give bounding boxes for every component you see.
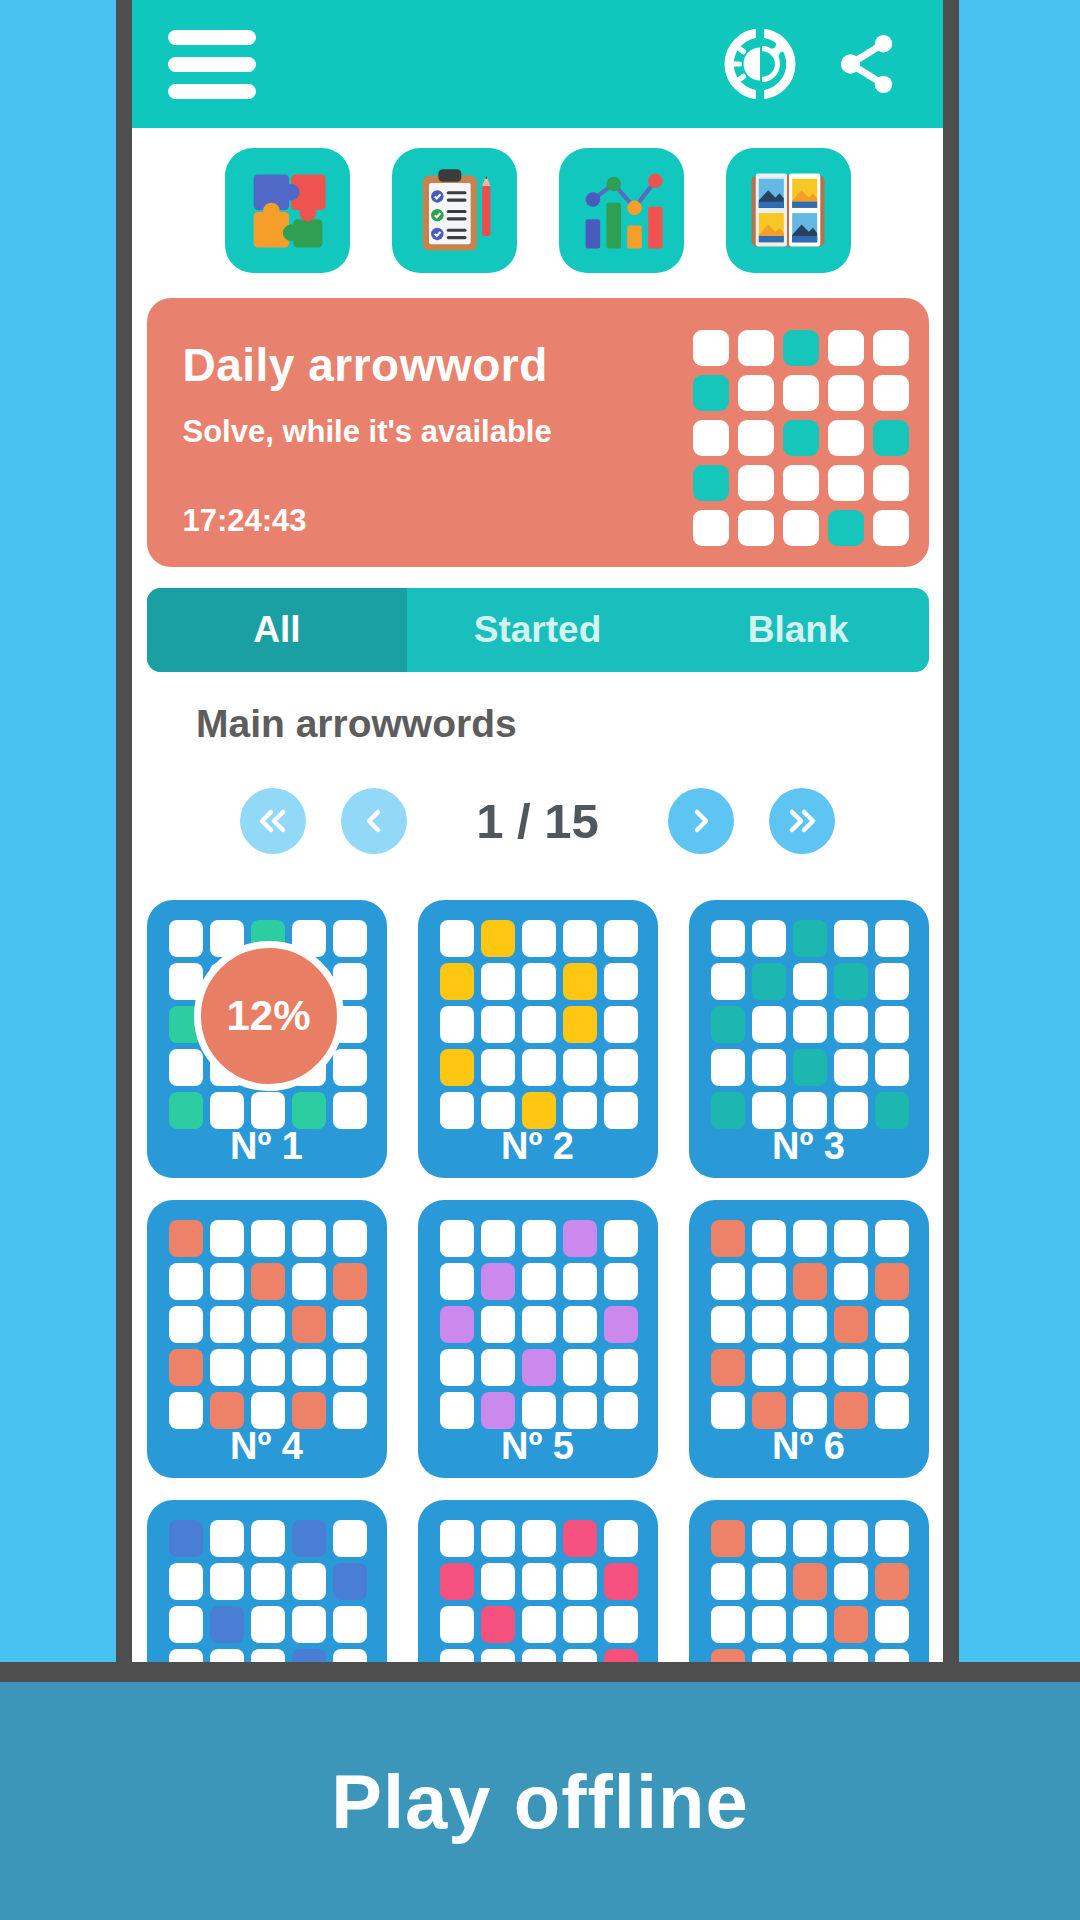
grid-cell [169, 1392, 203, 1429]
grid-cell [693, 330, 729, 366]
grid-cell [251, 1520, 285, 1557]
grid-cell [875, 1649, 909, 1662]
grid-cell [783, 330, 819, 366]
grid-cell [169, 1520, 203, 1557]
puzzle-card-5[interactable]: Nº 5 [418, 1200, 658, 1478]
grid-cell [333, 1049, 367, 1086]
grid-cell [711, 1606, 745, 1643]
grid-cell [481, 1006, 515, 1043]
grid-cell [169, 1349, 203, 1386]
grid-cell [604, 1563, 638, 1600]
first-page-button[interactable] [240, 788, 306, 854]
grid-cell [793, 1220, 827, 1257]
grid-cell [834, 920, 868, 957]
grid-cell [481, 1049, 515, 1086]
grid-cell [481, 1263, 515, 1300]
puzzle-card-7[interactable] [147, 1500, 387, 1662]
grid-cell [292, 1563, 326, 1600]
grid-cell [604, 1092, 638, 1129]
play-offline-bar[interactable]: Play offline [0, 1682, 1080, 1920]
grid-cell [169, 920, 203, 957]
puzzle-card-6[interactable]: Nº 6 [689, 1200, 929, 1478]
grid-cell [169, 1306, 203, 1343]
card-label: Nº 6 [689, 1425, 929, 1468]
grid-cell [251, 1563, 285, 1600]
grid-cell [210, 1349, 244, 1386]
grid-cell [834, 1306, 868, 1343]
grid-cell [834, 1392, 868, 1429]
play-offline-label: Play offline [331, 1758, 748, 1845]
card-label: Nº 3 [689, 1125, 929, 1168]
puzzle-card-9[interactable] [689, 1500, 929, 1662]
grid-cell [169, 1263, 203, 1300]
grid-cell [783, 510, 819, 546]
grid-cell [711, 1306, 745, 1343]
grid-cell [752, 1263, 786, 1300]
grid-cell [604, 1220, 638, 1257]
grid-cell [875, 1349, 909, 1386]
grid-cell [604, 1606, 638, 1643]
grid-cell [752, 1563, 786, 1600]
grid-cell [522, 1049, 556, 1086]
grid-cell [333, 1392, 367, 1429]
grid-cell [522, 1092, 556, 1129]
grid-cell [333, 1263, 367, 1300]
grid-cell [292, 1349, 326, 1386]
grid-cell [752, 1306, 786, 1343]
puzzle-card-3[interactable]: Nº 3 [689, 900, 929, 1178]
progress-badge: 12% [194, 941, 344, 1091]
grid-cell [522, 1563, 556, 1600]
grid-cell [793, 1263, 827, 1300]
grid-cell [875, 1563, 909, 1600]
grid-cell [440, 963, 474, 1000]
grid-cell [481, 1349, 515, 1386]
grid-cell [522, 1349, 556, 1386]
grid-cell [738, 510, 774, 546]
grid-cell [793, 1306, 827, 1343]
grid-cell [752, 1520, 786, 1557]
grid-cell [783, 420, 819, 456]
checklist-clipboard-icon[interactable] [392, 148, 517, 273]
grid-cell [563, 1092, 597, 1129]
pagination: 1 / 15 [132, 788, 943, 854]
grid-cell [793, 1606, 827, 1643]
next-page-button[interactable] [668, 788, 734, 854]
grid-cell [563, 920, 597, 957]
grid-cell [793, 1392, 827, 1429]
app-tiles-row [132, 148, 943, 273]
grid-cell [251, 1392, 285, 1429]
grid-cell [522, 920, 556, 957]
grid-cell [793, 1649, 827, 1662]
grid-cell [440, 1649, 474, 1662]
app-header [132, 0, 943, 128]
grid-cell [875, 1392, 909, 1429]
grid-cell [834, 1220, 868, 1257]
grid-cell [210, 1649, 244, 1662]
grid-cell [481, 1392, 515, 1429]
theme-contrast-icon[interactable] [721, 25, 799, 103]
grid-cell [440, 1049, 474, 1086]
grid-cell [875, 1263, 909, 1300]
grid-cell [738, 330, 774, 366]
card-label: Nº 2 [418, 1125, 658, 1168]
grid-cell [563, 1006, 597, 1043]
grid-cell [738, 420, 774, 456]
grid-cell [711, 1220, 745, 1257]
grid-cell [210, 1392, 244, 1429]
grid-cell [481, 1306, 515, 1343]
grid-cell [604, 1006, 638, 1043]
grid-cell [711, 1006, 745, 1043]
grid-cell [563, 1392, 597, 1429]
grid-cell [522, 1520, 556, 1557]
grid-cell [522, 1606, 556, 1643]
grid-cell [563, 1606, 597, 1643]
grid-cell [563, 1563, 597, 1600]
grid-cell [834, 1006, 868, 1043]
grid-cell [873, 375, 909, 411]
grid-cell [875, 1220, 909, 1257]
grid-cell [440, 1263, 474, 1300]
grid-cell [738, 465, 774, 501]
grid-cell [481, 963, 515, 1000]
previous-page-button[interactable] [341, 788, 407, 854]
grid-cell [522, 1263, 556, 1300]
grid-cell [563, 1220, 597, 1257]
grid-cell [873, 510, 909, 546]
grid-cell [251, 1220, 285, 1257]
grid-cell [711, 920, 745, 957]
grid-cell [711, 1049, 745, 1086]
grid-cell [440, 1392, 474, 1429]
grid-cell [292, 1649, 326, 1662]
grid-cell [333, 1606, 367, 1643]
tab-all[interactable]: All [147, 588, 408, 672]
grid-cell [333, 1520, 367, 1557]
grid-cell [604, 963, 638, 1000]
grid-cell [292, 1263, 326, 1300]
grid-cell [604, 1520, 638, 1557]
grid-cell [251, 1092, 285, 1129]
grid-cell [693, 465, 729, 501]
grid-cell [873, 330, 909, 366]
grid-cell [828, 375, 864, 411]
grid-cell [875, 963, 909, 1000]
grid-cell [563, 963, 597, 1000]
grid-cell [834, 1349, 868, 1386]
grid-cell [783, 465, 819, 501]
grid-cell [828, 420, 864, 456]
double-chevron-left-icon [255, 803, 291, 839]
hamburger-menu-icon[interactable] [168, 30, 256, 99]
phone-frame-bottom [0, 1662, 1080, 1682]
grid-cell [210, 1563, 244, 1600]
grid-cell [752, 1220, 786, 1257]
grid-cell [251, 1263, 285, 1300]
puzzle-card-4[interactable]: Nº 4 [147, 1200, 387, 1478]
grid-cell [873, 420, 909, 456]
grid-cell [793, 1520, 827, 1557]
grid-cell [210, 1220, 244, 1257]
grid-cell [251, 1649, 285, 1662]
grid-cell [828, 330, 864, 366]
grid-cell [522, 1392, 556, 1429]
grid-cell [440, 1520, 474, 1557]
grid-cell [210, 1263, 244, 1300]
grid-cell [440, 1006, 474, 1043]
grid-cell [711, 1092, 745, 1129]
grid-cell [783, 375, 819, 411]
grid-cell [793, 1563, 827, 1600]
grid-cell [440, 1349, 474, 1386]
daily-grid-preview [693, 330, 909, 546]
last-page-button[interactable] [769, 788, 835, 854]
grid-cell [834, 1649, 868, 1662]
grid-cell [711, 1263, 745, 1300]
grid-cell [834, 963, 868, 1000]
grid-cell [828, 510, 864, 546]
grid-cell [711, 1563, 745, 1600]
grid-cell [333, 1563, 367, 1600]
grid-cell [752, 1349, 786, 1386]
app-content: Daily arrowword Solve, while it's availa… [132, 0, 943, 1662]
puzzle-card-1[interactable]: 12% Nº 1 [147, 900, 387, 1178]
grid-cell [604, 1263, 638, 1300]
grid-cell [169, 1606, 203, 1643]
grid-cell [251, 1349, 285, 1386]
grid-cell [793, 1049, 827, 1086]
grid-cell [834, 1049, 868, 1086]
grid-cell [522, 1306, 556, 1343]
grid-cell [563, 1349, 597, 1386]
grid-cell [834, 1263, 868, 1300]
grid-cell [834, 1606, 868, 1643]
grid-cell [563, 1306, 597, 1343]
grid-cell [693, 510, 729, 546]
grid-cell [251, 1306, 285, 1343]
grid-cell [752, 1049, 786, 1086]
grid-cell [333, 1092, 367, 1129]
grid-cell [169, 1049, 203, 1086]
grid-cell [333, 1220, 367, 1257]
grid-cell [440, 1220, 474, 1257]
grid-cell [481, 1220, 515, 1257]
grid-cell [210, 1306, 244, 1343]
grid-cell [793, 1006, 827, 1043]
grid-cell [693, 420, 729, 456]
card-label: Nº 4 [147, 1425, 387, 1468]
grid-cell [169, 1220, 203, 1257]
grid-cell [834, 1563, 868, 1600]
grid-cell [834, 1092, 868, 1129]
grid-cell [604, 920, 638, 957]
page-indicator: 1 / 15 [476, 793, 599, 849]
puzzle-card-grid: 12% Nº 1 Nº 2 Nº 3 Nº 4 Nº 5 Nº 6 [132, 900, 943, 1662]
grid-cell [210, 1520, 244, 1557]
grid-cell [738, 375, 774, 411]
grid-cell [522, 1006, 556, 1043]
photo-album-icon[interactable] [726, 148, 851, 273]
tab-blank[interactable]: Blank [668, 588, 929, 672]
grid-cell [752, 1649, 786, 1662]
grid-cell [210, 1092, 244, 1129]
daily-arrowword-card[interactable]: Daily arrowword Solve, while it's availa… [147, 298, 929, 567]
grid-cell [292, 1606, 326, 1643]
grid-cell [333, 1306, 367, 1343]
grid-cell [752, 1092, 786, 1129]
grid-cell [711, 1520, 745, 1557]
grid-cell [834, 1520, 868, 1557]
grid-cell [793, 920, 827, 957]
grid-cell [440, 1563, 474, 1600]
grid-cell [333, 1649, 367, 1662]
grid-cell [333, 1349, 367, 1386]
grid-cell [875, 1006, 909, 1043]
grid-cell [563, 1520, 597, 1557]
grid-cell [481, 920, 515, 957]
grid-cell [481, 1649, 515, 1662]
grid-cell [292, 1392, 326, 1429]
grid-cell [522, 963, 556, 1000]
grid-cell [828, 465, 864, 501]
puzzle-card-2[interactable]: Nº 2 [418, 900, 658, 1178]
grid-cell [292, 1306, 326, 1343]
grid-cell [563, 1649, 597, 1662]
chevron-right-icon [683, 803, 719, 839]
puzzle-pieces-icon[interactable] [225, 148, 350, 273]
grid-cell [481, 1563, 515, 1600]
grid-cell [604, 1649, 638, 1662]
grid-cell [604, 1049, 638, 1086]
grid-cell [752, 1606, 786, 1643]
grid-cell [793, 1349, 827, 1386]
section-title: Main arrowwords [196, 702, 943, 746]
grid-cell [522, 1649, 556, 1662]
grid-cell [522, 1220, 556, 1257]
grid-cell [563, 1049, 597, 1086]
grid-cell [440, 1606, 474, 1643]
grid-cell [563, 1263, 597, 1300]
grid-cell [169, 1649, 203, 1662]
grid-cell [752, 920, 786, 957]
grid-cell [292, 1520, 326, 1557]
grid-cell [440, 1092, 474, 1129]
grid-cell [292, 1220, 326, 1257]
grid-cell [875, 1306, 909, 1343]
grid-cell [875, 1049, 909, 1086]
grid-cell [793, 1092, 827, 1129]
grid-cell [333, 920, 367, 957]
grid-cell [752, 1006, 786, 1043]
grid-cell [875, 1092, 909, 1129]
puzzle-card-8[interactable] [418, 1500, 658, 1662]
tab-started[interactable]: Started [407, 588, 668, 672]
grid-cell [604, 1392, 638, 1429]
chevron-left-icon [356, 803, 392, 839]
share-icon[interactable] [829, 25, 907, 103]
grid-cell [875, 1606, 909, 1643]
double-chevron-right-icon [784, 803, 820, 839]
card-label: Nº 1 [147, 1125, 387, 1168]
grid-cell [251, 1606, 285, 1643]
grid-cell [481, 1606, 515, 1643]
grid-cell [711, 1649, 745, 1662]
grid-cell [292, 1092, 326, 1129]
grid-cell [875, 920, 909, 957]
grid-cell [481, 1520, 515, 1557]
grid-cell [481, 1092, 515, 1129]
grid-cell [693, 375, 729, 411]
card-label: Nº 5 [418, 1425, 658, 1468]
grid-cell [440, 1306, 474, 1343]
grid-cell [440, 920, 474, 957]
grid-cell [711, 1392, 745, 1429]
grid-cell [169, 1563, 203, 1600]
grid-cell [604, 1306, 638, 1343]
stats-chart-icon[interactable] [559, 148, 684, 273]
grid-cell [793, 963, 827, 1000]
grid-cell [169, 1092, 203, 1129]
grid-cell [711, 963, 745, 1000]
grid-cell [873, 465, 909, 501]
phone-frame: Daily arrowword Solve, while it's availa… [116, 0, 959, 1662]
filter-tabs: All Started Blank [147, 588, 929, 672]
grid-cell [752, 963, 786, 1000]
grid-cell [604, 1349, 638, 1386]
daily-timer: 17:24:43 [183, 503, 307, 539]
grid-cell [875, 1520, 909, 1557]
grid-cell [210, 1606, 244, 1643]
grid-cell [711, 1349, 745, 1386]
grid-cell [752, 1392, 786, 1429]
